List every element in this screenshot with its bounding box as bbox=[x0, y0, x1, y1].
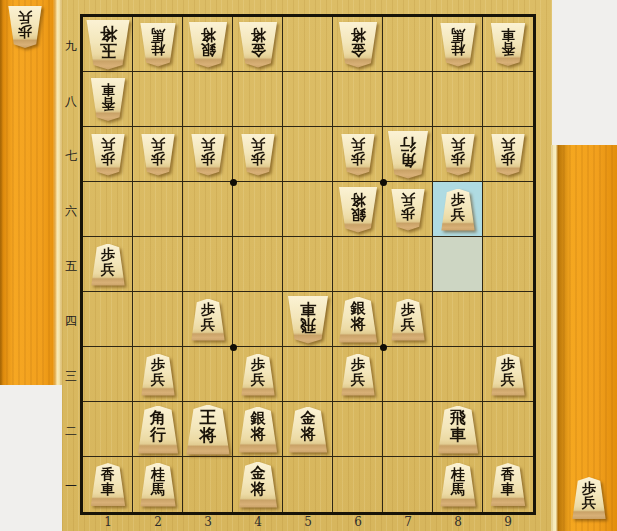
cell-9四[interactable] bbox=[483, 292, 533, 347]
piece-pawn-down[interactable]: 歩兵 bbox=[391, 189, 425, 231]
cell-4八[interactable] bbox=[233, 72, 283, 127]
rank-label-五: 五 bbox=[62, 258, 80, 272]
cell-9八[interactable] bbox=[483, 72, 533, 127]
file-label-9: 9 bbox=[483, 515, 533, 529]
file-label-7: 7 bbox=[383, 515, 433, 529]
cell-3六[interactable] bbox=[183, 182, 233, 237]
cell-5八[interactable] bbox=[283, 72, 333, 127]
piece-kanji: 将 bbox=[351, 191, 366, 206]
cell-9五[interactable] bbox=[483, 237, 533, 292]
file-label-1: 1 bbox=[83, 515, 133, 529]
cell-7三[interactable] bbox=[383, 347, 433, 402]
piece-kanji: 歩 bbox=[451, 152, 465, 166]
piece-lance-down[interactable]: 香車 bbox=[491, 23, 526, 66]
piece-gold-down[interactable]: 金将 bbox=[239, 22, 278, 68]
file-label-5: 5 bbox=[283, 515, 333, 529]
cell-1二[interactable] bbox=[83, 402, 133, 457]
piece-kanji: 歩 bbox=[251, 357, 265, 371]
piece-kanji: 歩 bbox=[151, 357, 165, 371]
piece-rook-down[interactable]: 飛車 bbox=[288, 296, 329, 344]
piece-pawn-up[interactable]: 歩兵 bbox=[491, 354, 525, 396]
piece-kanji: 兵 bbox=[101, 262, 115, 276]
piece-lance-up[interactable]: 香車 bbox=[491, 463, 526, 506]
rank-label-四: 四 bbox=[62, 313, 80, 327]
cell-3八[interactable] bbox=[183, 72, 233, 127]
cell-7一[interactable] bbox=[383, 457, 433, 512]
piece-kanji: 飛 bbox=[300, 317, 316, 333]
top-hand[interactable]: 歩兵 bbox=[8, 6, 44, 50]
cell-5六[interactable] bbox=[283, 182, 333, 237]
piece-gold-up[interactable]: 金将 bbox=[239, 462, 278, 508]
piece-kanji: 歩 bbox=[151, 152, 165, 166]
piece-kanji: 香 bbox=[101, 97, 115, 111]
cell-9二[interactable] bbox=[483, 402, 533, 457]
cell-1四[interactable] bbox=[83, 292, 133, 347]
piece-king-down[interactable]: 玉将 bbox=[86, 20, 130, 70]
cell-8五[interactable] bbox=[433, 237, 483, 292]
piece-kanji: 兵 bbox=[401, 317, 415, 331]
piece-pawn-down[interactable]: 歩兵 bbox=[91, 134, 125, 176]
piece-kanji: 香 bbox=[501, 467, 515, 481]
piece-kanji: 将 bbox=[351, 26, 366, 41]
cell-8八[interactable] bbox=[433, 72, 483, 127]
piece-kanji: 香 bbox=[501, 42, 515, 56]
piece-rook-up[interactable]: 飛車 bbox=[438, 406, 479, 454]
rank-label-九: 九 bbox=[62, 38, 80, 52]
piece-pawn-up[interactable]: 歩兵 bbox=[91, 244, 125, 286]
cell-6八[interactable] bbox=[333, 72, 383, 127]
piece-kanji: 将 bbox=[201, 26, 216, 41]
star-point bbox=[380, 179, 387, 186]
piece-kanji: 将 bbox=[351, 317, 366, 332]
piece-lance-down[interactable]: 香車 bbox=[91, 78, 126, 121]
cell-3五[interactable] bbox=[183, 237, 233, 292]
piece-kanji: 銀 bbox=[201, 42, 216, 57]
star-point bbox=[380, 344, 387, 351]
cell-9六[interactable] bbox=[483, 182, 533, 237]
right-piece-stand bbox=[551, 145, 617, 531]
piece-kanji: 馬 bbox=[451, 482, 465, 496]
piece-knight-down[interactable]: 桂馬 bbox=[440, 23, 476, 67]
piece-pawn-up[interactable]: 歩兵 bbox=[341, 354, 375, 396]
piece-kanji: 歩 bbox=[251, 152, 265, 166]
piece-kanji: 歩 bbox=[451, 192, 465, 206]
piece-kanji: 兵 bbox=[351, 372, 365, 386]
piece-kanji: 香 bbox=[101, 467, 115, 481]
file-label-2: 2 bbox=[133, 515, 183, 529]
piece-kanji: 歩 bbox=[201, 302, 215, 316]
file-label-6: 6 bbox=[333, 515, 383, 529]
piece-king-up[interactable]: 王将 bbox=[186, 405, 230, 455]
piece-kanji: 車 bbox=[300, 300, 316, 316]
piece-bishop-down[interactable]: 角行 bbox=[388, 131, 429, 179]
piece-kanji: 金 bbox=[251, 42, 266, 57]
piece-kanji: 歩 bbox=[501, 357, 515, 371]
piece-kanji: 馬 bbox=[151, 482, 165, 496]
file-label-4: 4 bbox=[233, 515, 283, 529]
piece-kanji: 歩 bbox=[101, 247, 115, 261]
piece-kanji: 将 bbox=[200, 427, 217, 444]
piece-kanji: 行 bbox=[400, 135, 416, 151]
piece-kanji: 桂 bbox=[451, 467, 465, 481]
piece-gold-up[interactable]: 金将 bbox=[289, 407, 328, 453]
piece-kanji: 歩 bbox=[201, 152, 215, 166]
piece-kanji: 金 bbox=[351, 42, 366, 57]
cell-2八[interactable] bbox=[133, 72, 183, 127]
rank-label-二: 二 bbox=[62, 423, 80, 437]
piece-pawn-down[interactable]: 歩兵 bbox=[491, 134, 525, 176]
piece-bishop-up[interactable]: 角行 bbox=[138, 406, 179, 454]
cell-7九[interactable] bbox=[383, 17, 433, 72]
piece-kanji: 車 bbox=[450, 427, 466, 443]
piece-kanji: 将 bbox=[251, 482, 266, 497]
piece-kanji: 歩 bbox=[101, 152, 115, 166]
piece-kanji: 歩 bbox=[351, 357, 365, 371]
piece-kanji: 兵 bbox=[101, 137, 115, 151]
piece-kanji: 将 bbox=[251, 427, 266, 442]
piece-kanji: 兵 bbox=[501, 137, 515, 151]
piece-kanji: 将 bbox=[301, 427, 316, 442]
piece-kanji: 兵 bbox=[251, 137, 265, 151]
rank-label-六: 六 bbox=[62, 203, 80, 217]
shogi-app: 玉将桂馬銀将金将金将桂馬香車香車歩兵歩兵歩兵歩兵歩兵角行歩兵歩兵銀将歩兵歩兵歩兵… bbox=[0, 0, 617, 531]
rank-label-一: 一 bbox=[62, 478, 80, 492]
bottom-hand[interactable]: 歩兵 bbox=[572, 477, 610, 523]
piece-kanji: 兵 bbox=[501, 372, 515, 386]
cell-1六[interactable] bbox=[83, 182, 133, 237]
piece-kanji: 桂 bbox=[151, 42, 165, 56]
file-label-3: 3 bbox=[183, 515, 233, 529]
piece-kanji: 行 bbox=[150, 427, 166, 443]
piece-kanji: 兵 bbox=[351, 137, 365, 151]
piece-kanji: 車 bbox=[501, 482, 515, 496]
file-label-8: 8 bbox=[433, 515, 483, 529]
piece-kanji: 車 bbox=[101, 482, 115, 496]
piece-silver-up[interactable]: 銀将 bbox=[339, 297, 378, 343]
piece-kanji: 兵 bbox=[582, 495, 596, 509]
piece-kanji: 兵 bbox=[451, 137, 465, 151]
piece-kanji: 車 bbox=[101, 82, 115, 96]
piece-kanji: 歩 bbox=[501, 152, 515, 166]
cell-2六[interactable] bbox=[133, 182, 183, 237]
piece-kanji: 歩 bbox=[401, 302, 415, 316]
cell-8四[interactable] bbox=[433, 292, 483, 347]
piece-kanji: 歩 bbox=[401, 207, 415, 221]
piece-kanji: 桂 bbox=[151, 467, 165, 481]
piece-pawn-up[interactable]: 歩兵 bbox=[141, 354, 175, 396]
piece-kanji: 車 bbox=[501, 27, 515, 41]
piece-kanji: 兵 bbox=[151, 372, 165, 386]
cell-8三[interactable] bbox=[433, 347, 483, 402]
piece-kanji: 兵 bbox=[151, 137, 165, 151]
rank-label-三: 三 bbox=[62, 368, 80, 382]
cell-3三[interactable] bbox=[183, 347, 233, 402]
piece-kanji: 将 bbox=[100, 24, 117, 41]
piece-kanji: 兵 bbox=[201, 137, 215, 151]
cell-6一[interactable] bbox=[333, 457, 383, 512]
piece-kanji: 玉 bbox=[100, 42, 117, 59]
piece-kanji: 王 bbox=[200, 409, 217, 426]
piece-pawn-up[interactable]: 歩兵 bbox=[391, 299, 425, 341]
cell-6五[interactable] bbox=[333, 237, 383, 292]
star-point bbox=[230, 344, 237, 351]
piece-kanji: 将 bbox=[251, 26, 266, 41]
cell-4五[interactable] bbox=[233, 237, 283, 292]
cell-3一[interactable] bbox=[183, 457, 233, 512]
cell-5五[interactable] bbox=[283, 237, 333, 292]
rank-label-八: 八 bbox=[62, 93, 80, 107]
cell-5九[interactable] bbox=[283, 17, 333, 72]
cell-2五[interactable] bbox=[133, 237, 183, 292]
cell-5七[interactable] bbox=[283, 127, 333, 182]
piece-knight-down[interactable]: 桂馬 bbox=[140, 23, 176, 67]
piece-silver-up[interactable]: 銀将 bbox=[239, 407, 278, 453]
piece-kanji: 桂 bbox=[451, 42, 465, 56]
piece-kanji: 銀 bbox=[351, 207, 366, 222]
piece-pawn-up[interactable]: 歩兵 bbox=[441, 189, 475, 231]
star-point bbox=[230, 179, 237, 186]
piece-silver-down[interactable]: 銀将 bbox=[189, 22, 228, 68]
cell-7八[interactable] bbox=[383, 72, 433, 127]
piece-pawn-down[interactable]: 歩兵 bbox=[8, 6, 42, 48]
piece-pawn-down[interactable]: 歩兵 bbox=[141, 134, 175, 176]
cell-6二[interactable] bbox=[333, 402, 383, 457]
piece-kanji: 兵 bbox=[201, 317, 215, 331]
cell-5三[interactable] bbox=[283, 347, 333, 402]
cell-4六[interactable] bbox=[233, 182, 283, 237]
cell-1三[interactable] bbox=[83, 347, 133, 402]
cell-7五[interactable] bbox=[383, 237, 433, 292]
piece-kanji: 歩 bbox=[582, 481, 596, 495]
shogi-board[interactable]: 玉将桂馬銀将金将金将桂馬香車香車歩兵歩兵歩兵歩兵歩兵角行歩兵歩兵銀将歩兵歩兵歩兵… bbox=[80, 14, 536, 515]
piece-silver-down[interactable]: 銀将 bbox=[339, 187, 378, 233]
piece-lance-up[interactable]: 香車 bbox=[91, 463, 126, 506]
rank-label-七: 七 bbox=[62, 148, 80, 162]
piece-pawn-down[interactable]: 歩兵 bbox=[191, 134, 225, 176]
piece-kanji: 兵 bbox=[251, 372, 265, 386]
left-piece-stand bbox=[0, 0, 62, 385]
piece-pawn-up[interactable]: 歩兵 bbox=[241, 354, 275, 396]
piece-knight-up[interactable]: 桂馬 bbox=[140, 463, 176, 507]
piece-kanji: 兵 bbox=[451, 207, 465, 221]
cell-5一[interactable] bbox=[283, 457, 333, 512]
piece-kanji: 馬 bbox=[151, 27, 165, 41]
piece-pawn-down[interactable]: 歩兵 bbox=[341, 134, 375, 176]
piece-kanji: 兵 bbox=[18, 10, 32, 24]
cell-4四[interactable] bbox=[233, 292, 283, 347]
piece-kanji: 馬 bbox=[451, 27, 465, 41]
piece-gold-down[interactable]: 金将 bbox=[339, 22, 378, 68]
piece-pawn-up[interactable]: 歩兵 bbox=[572, 477, 606, 519]
piece-pawn-up[interactable]: 歩兵 bbox=[191, 299, 225, 341]
piece-pawn-down[interactable]: 歩兵 bbox=[441, 134, 475, 176]
piece-kanji: 歩 bbox=[351, 152, 365, 166]
piece-pawn-down[interactable]: 歩兵 bbox=[241, 134, 275, 176]
piece-kanji: 角 bbox=[400, 152, 416, 168]
piece-kanji: 兵 bbox=[401, 192, 415, 206]
piece-knight-up[interactable]: 桂馬 bbox=[440, 463, 476, 507]
piece-kanji: 歩 bbox=[18, 24, 32, 38]
cell-7二[interactable] bbox=[383, 402, 433, 457]
cell-2四[interactable] bbox=[133, 292, 183, 347]
